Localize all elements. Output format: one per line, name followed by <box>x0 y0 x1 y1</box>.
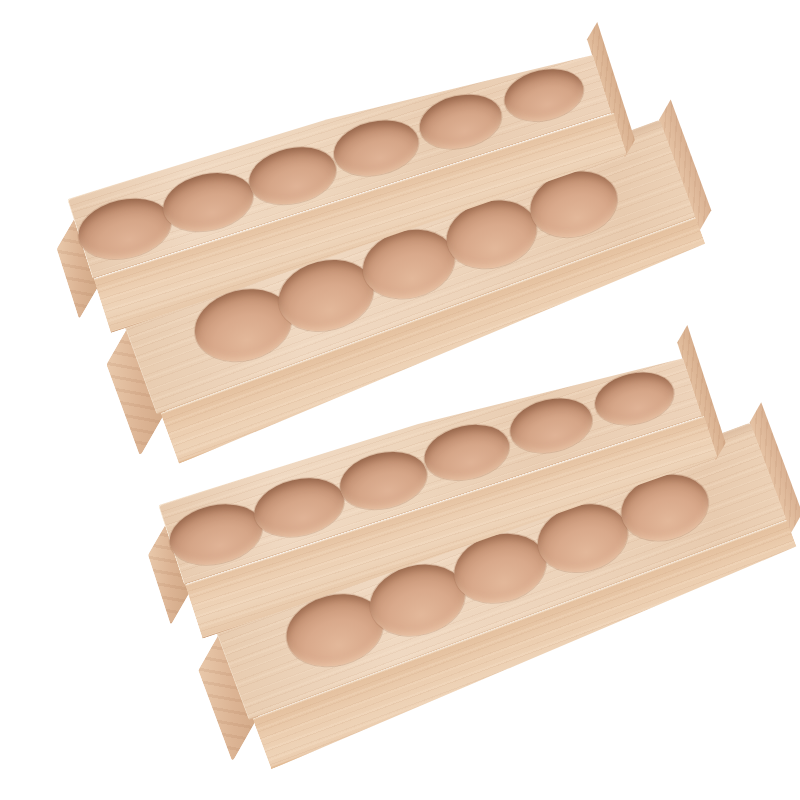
pit-back-4 <box>419 417 514 488</box>
pit-back-1 <box>164 496 269 574</box>
pit-back-2 <box>158 165 259 240</box>
pit-back-6 <box>590 365 679 432</box>
pit-back-4 <box>329 113 424 184</box>
pit-back-3 <box>334 444 432 517</box>
pit-back-5 <box>414 88 506 157</box>
product-photo-white-background <box>0 0 800 800</box>
pit-back-6 <box>499 62 588 128</box>
pit-back-3 <box>243 139 341 212</box>
pit-back-2 <box>249 470 351 545</box>
pit-back-1 <box>73 190 177 267</box>
pit-back-5 <box>505 391 597 460</box>
